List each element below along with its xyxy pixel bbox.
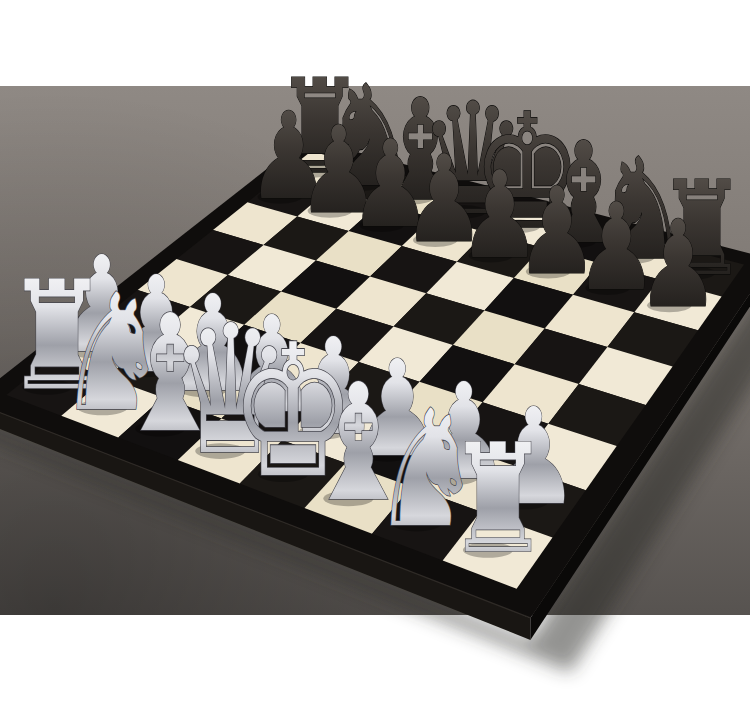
piece-black-pawn-h7: ♟ [637, 195, 720, 334]
piece-white-rook-h1: ♜ [446, 412, 550, 587]
chess-photo-svg: ♜♞♝♛♚♝♞♜♟♟♟♟♟♟♟♟♟♟♟♟♟♟♟♟♜♞♝♛♚♝♞♜ [0, 0, 750, 716]
photo-frame: ♜♞♝♛♚♝♞♜♟♟♟♟♟♟♟♟♟♟♟♟♟♟♟♟♜♞♝♛♚♝♞♜ [0, 0, 750, 716]
